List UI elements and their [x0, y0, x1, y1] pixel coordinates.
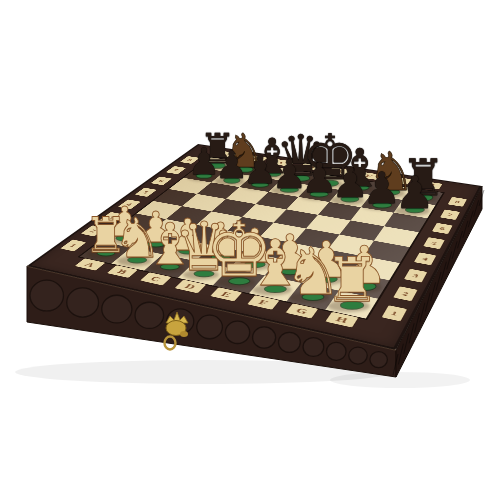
- carved-circle: [102, 295, 132, 323]
- rank-label-right-8: 8: [448, 197, 467, 207]
- carved-circle: [370, 352, 387, 368]
- rank-label-right-4: 4: [414, 252, 436, 265]
- carved-circle: [225, 321, 249, 343]
- file-label-far-e: E: [328, 167, 352, 175]
- drop-shadow: [330, 372, 470, 388]
- file-label-far-g: G: [387, 176, 411, 184]
- rank-label-left-2: 2: [81, 225, 106, 236]
- carved-circle: [327, 342, 346, 360]
- carved-circle: [197, 315, 223, 339]
- rank-label-left-6: 6: [151, 177, 172, 186]
- rank-label-right-6: 6: [432, 223, 453, 234]
- rank-label-right-3: 3: [404, 269, 427, 283]
- carved-circle: [67, 288, 99, 317]
- rank-label-right-5: 5: [423, 237, 444, 249]
- file-label-far-c: C: [272, 159, 295, 166]
- rank-label-left-3: 3: [100, 212, 124, 222]
- rank-label-right-7: 7: [440, 209, 460, 219]
- rank-label-right-2: 2: [393, 286, 417, 301]
- file-label-far-h: H: [418, 181, 442, 190]
- carved-circle: [253, 327, 276, 348]
- file-label-far-b: B: [245, 155, 268, 162]
- rank-label-left-4: 4: [118, 199, 141, 209]
- clasp-knob: [180, 331, 188, 337]
- carved-circle: [135, 302, 164, 328]
- rank-label-right-1: 1: [382, 305, 407, 321]
- rank-label-left-7: 7: [166, 166, 186, 174]
- rank-label-left-1: 1: [60, 239, 86, 251]
- chess-set-photo: AABBCCDDEEFFGGHH8877665544332211 ♜♞♝♟♛♟♚…: [0, 0, 500, 500]
- file-label-far-a: A: [218, 151, 241, 158]
- rank-label-left-5: 5: [135, 188, 157, 197]
- file-label-far-d: D: [299, 163, 322, 171]
- carved-circle: [349, 347, 367, 364]
- carved-circle: [279, 332, 301, 352]
- file-label-far-f: F: [357, 172, 381, 180]
- rank-label-left-8: 8: [180, 156, 200, 164]
- carved-circle: [30, 280, 63, 311]
- carved-circle: [303, 338, 324, 357]
